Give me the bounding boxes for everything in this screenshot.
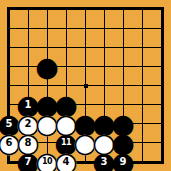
- intersection-d4[interactable]: [57, 57, 76, 76]
- intersection-c4[interactable]: ●: [38, 57, 57, 76]
- intersection-i9[interactable]: [152, 152, 171, 171]
- intersection-h6[interactable]: [133, 95, 152, 114]
- intersection-h5[interactable]: [133, 76, 152, 95]
- intersection-b2[interactable]: [19, 19, 38, 38]
- intersection-d1[interactable]: [57, 0, 76, 19]
- intersection-g3[interactable]: [114, 38, 133, 57]
- intersection-h2[interactable]: [133, 19, 152, 38]
- intersection-g1[interactable]: [114, 0, 133, 19]
- intersection-d9[interactable]: ●○4: [57, 152, 76, 171]
- intersection-g4[interactable]: [114, 57, 133, 76]
- intersection-h4[interactable]: [133, 57, 152, 76]
- intersection-e5[interactable]: [76, 76, 95, 95]
- stones-grid: ●●1●●●5●○2●○●○●●●●○6●○8●11●○●○●●7●○10●○4…: [0, 0, 171, 171]
- intersection-g2[interactable]: [114, 19, 133, 38]
- intersection-f3[interactable]: [95, 38, 114, 57]
- intersection-h8[interactable]: [133, 133, 152, 152]
- go-board: ●●1●●●5●○2●○●○●●●●○6●○8●11●○●○●●7●○10●○4…: [0, 0, 171, 171]
- black-stone: ●: [38, 57, 57, 76]
- intersection-d3[interactable]: [57, 38, 76, 57]
- move-number: 9: [114, 152, 133, 171]
- intersection-i2[interactable]: [152, 19, 171, 38]
- intersection-a3[interactable]: [0, 38, 19, 57]
- intersection-h7[interactable]: [133, 114, 152, 133]
- intersection-e2[interactable]: [76, 19, 95, 38]
- intersection-i8[interactable]: [152, 133, 171, 152]
- intersection-i6[interactable]: [152, 95, 171, 114]
- intersection-c1[interactable]: [38, 0, 57, 19]
- intersection-g9[interactable]: ●9: [114, 152, 133, 171]
- intersection-e1[interactable]: [76, 0, 95, 19]
- intersection-i5[interactable]: [152, 76, 171, 95]
- intersection-d2[interactable]: [57, 19, 76, 38]
- intersection-i7[interactable]: [152, 114, 171, 133]
- intersection-b1[interactable]: [19, 0, 38, 19]
- intersection-a4[interactable]: [0, 57, 19, 76]
- intersection-h9[interactable]: [133, 152, 152, 171]
- intersection-e4[interactable]: [76, 57, 95, 76]
- white-stone: ●○4: [57, 152, 76, 171]
- intersection-a1[interactable]: [0, 0, 19, 19]
- intersection-i4[interactable]: [152, 57, 171, 76]
- move-number: 4: [57, 152, 76, 171]
- black-stone: ●9: [114, 152, 133, 171]
- intersection-f4[interactable]: [95, 57, 114, 76]
- intersection-f5[interactable]: [95, 76, 114, 95]
- intersection-e3[interactable]: [76, 38, 95, 57]
- intersection-a2[interactable]: [0, 19, 19, 38]
- intersection-h1[interactable]: [133, 0, 152, 19]
- intersection-i1[interactable]: [152, 0, 171, 19]
- intersection-g5[interactable]: [114, 76, 133, 95]
- intersection-f1[interactable]: [95, 0, 114, 19]
- intersection-c2[interactable]: [38, 19, 57, 38]
- intersection-h3[interactable]: [133, 38, 152, 57]
- intersection-i3[interactable]: [152, 38, 171, 57]
- intersection-f2[interactable]: [95, 19, 114, 38]
